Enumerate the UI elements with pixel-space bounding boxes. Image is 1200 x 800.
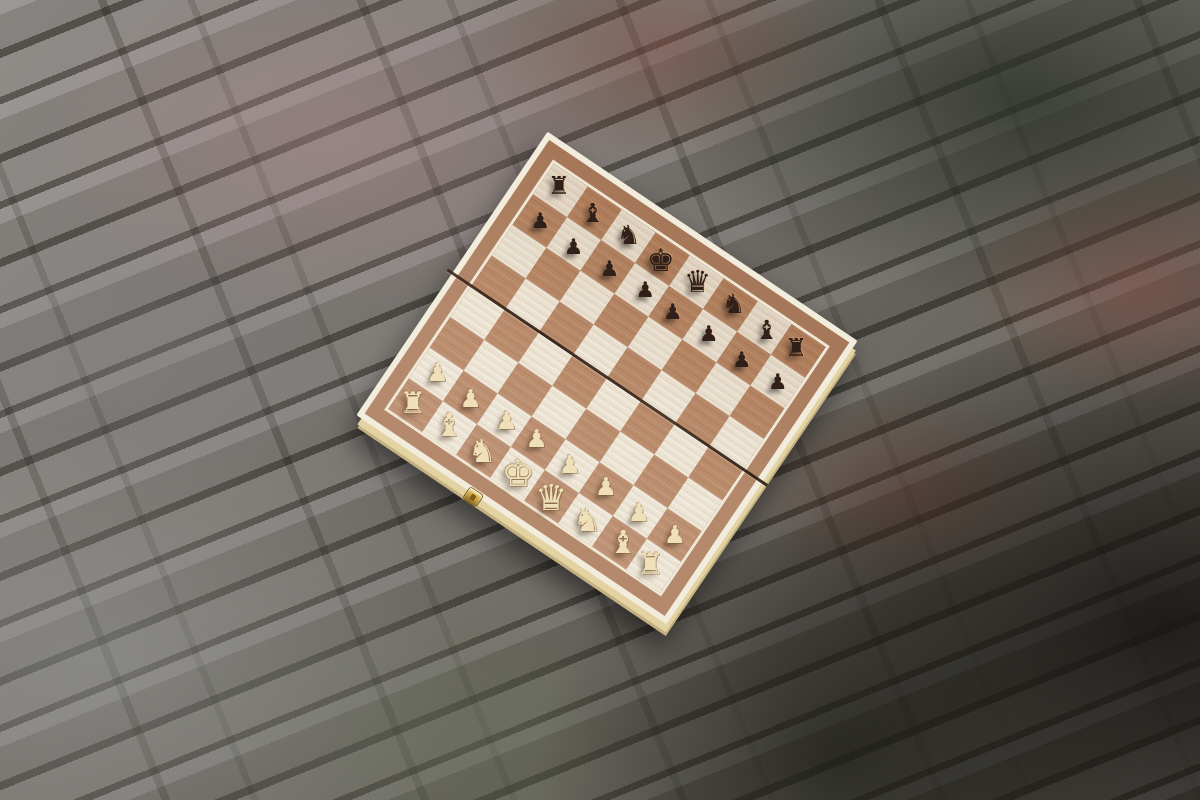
- black-bishop: ♝: [580, 200, 604, 227]
- black-pawn: ♟: [600, 257, 619, 279]
- white-queen: ♛: [535, 481, 567, 517]
- black-pawn: ♟: [564, 235, 583, 257]
- white-pawn: ♟: [526, 427, 548, 452]
- black-knight: ♞: [616, 221, 640, 248]
- white-pawn: ♟: [595, 475, 617, 500]
- white-pawn: ♟: [427, 362, 449, 387]
- white-knight: ♞: [468, 435, 497, 467]
- black-pawn: ♟: [531, 209, 550, 231]
- white-pawn: ♟: [664, 523, 686, 548]
- chess-board: ♜♝♞♚♛♞♝♜♟♟♟♟♟♟♟♟♟♟♟♟♟♟♟♟♜♝♞♚♛♞♝♜: [420, 207, 794, 549]
- white-king: ♚: [502, 454, 535, 491]
- board-rim: ♜♝♞♚♛♞♝♜♟♟♟♟♟♟♟♟♟♟♟♟♟♟♟♟♜♝♞♚♛♞♝♜: [356, 132, 857, 625]
- black-king: ♚: [647, 245, 675, 276]
- white-rook: ♜: [637, 550, 664, 580]
- black-rook: ♜: [548, 175, 570, 200]
- black-pawn: ♟: [663, 301, 682, 323]
- black-knight: ♞: [721, 291, 745, 318]
- photo-scene: ♜♝♞♚♛♞♝♜♟♟♟♟♟♟♟♟♟♟♟♟♟♟♟♟♜♝♞♚♛♞♝♜: [0, 0, 1200, 800]
- white-bishop: ♝: [609, 527, 638, 559]
- black-pawn: ♟: [699, 323, 718, 345]
- black-pawn: ♟: [732, 349, 751, 371]
- black-rook: ♜: [785, 336, 807, 361]
- white-rook: ♜: [400, 389, 427, 419]
- white-knight: ♞: [573, 505, 602, 537]
- black-queen: ♛: [684, 267, 711, 297]
- white-bishop: ♝: [435, 409, 464, 441]
- black-bishop: ♝: [754, 317, 778, 344]
- white-pawn: ♟: [628, 501, 650, 526]
- white-pawn: ♟: [559, 453, 581, 478]
- white-pawn: ♟: [496, 410, 518, 435]
- black-pawn: ♟: [768, 371, 787, 393]
- black-pawn: ♟: [636, 279, 655, 301]
